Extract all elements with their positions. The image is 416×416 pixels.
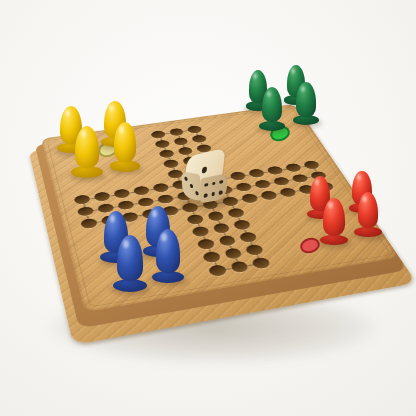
pieces-layer (0, 0, 416, 416)
peg-red-4[interactable] (354, 192, 381, 244)
peg-body (358, 192, 379, 229)
die-pip (204, 193, 208, 197)
peg-body (262, 87, 282, 123)
photo-backdrop (0, 0, 416, 416)
peg-body (156, 229, 181, 273)
die-pip (205, 183, 209, 187)
die-pip (212, 181, 216, 185)
peg-blue-3[interactable] (113, 235, 147, 300)
peg-yellow-3[interactable] (71, 126, 102, 186)
peg-yellow-4[interactable] (110, 122, 140, 179)
peg-blue-4[interactable] (152, 229, 185, 291)
die-pip (211, 192, 215, 196)
peg-green-3[interactable] (259, 87, 286, 138)
die-pip (184, 176, 188, 180)
die-pip (190, 184, 194, 188)
peg-base (259, 121, 286, 131)
peg-red-3[interactable] (320, 198, 349, 253)
peg-highlight (301, 86, 306, 92)
peg-body (75, 126, 99, 168)
peg-highlight (123, 240, 129, 248)
peg-highlight (161, 233, 167, 241)
peg-highlight (119, 126, 124, 133)
die-pip (219, 180, 223, 184)
die-pip (219, 190, 223, 194)
peg-body (117, 235, 143, 281)
die[interactable] (180, 152, 230, 208)
die-pip (195, 191, 199, 195)
peg-body (323, 198, 345, 237)
peg-body (296, 82, 316, 117)
peg-highlight (267, 91, 272, 97)
peg-body (114, 122, 137, 162)
peg-green-4[interactable] (293, 82, 319, 131)
peg-base (354, 227, 381, 237)
die-pip (201, 167, 207, 174)
